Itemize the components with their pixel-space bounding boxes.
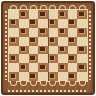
dark-square-inlay [69,38,74,43]
square-d2[interactable] [38,63,48,72]
square-h2[interactable] [77,63,87,72]
chess-board [1,1,95,95]
square-b7[interactable] [19,19,29,28]
square-h5[interactable] [77,37,87,46]
right-rail-inlay-dashes [89,11,91,80]
square-e4[interactable] [48,46,58,55]
dark-square-inlay [30,38,35,43]
dark-square-inlay [69,20,74,25]
square-e7[interactable] [48,19,58,28]
square-f5[interactable] [58,37,68,46]
square-h6[interactable] [77,28,87,37]
dark-square-inlay [79,65,84,70]
hinge-seam [48,10,49,81]
dark-square-inlay [30,74,35,79]
dark-square-inlay [60,47,65,52]
square-c3[interactable] [29,54,39,63]
square-e1[interactable] [48,72,58,81]
square-d3[interactable] [38,54,48,63]
square-h1[interactable] [77,72,87,81]
dark-square-inlay [11,74,16,79]
square-f6[interactable] [58,28,68,37]
dark-square-inlay [50,56,55,61]
arch-inlay-icon [79,81,86,86]
square-e2[interactable] [48,63,58,72]
dark-square-inlay [11,20,16,25]
bottom-rail-inlay-dashes [8,90,88,92]
dark-square-inlay [79,12,84,17]
dark-square-inlay [50,38,55,43]
dark-square-inlay [69,56,74,61]
dark-square-inlay [40,65,45,70]
square-g6[interactable] [68,28,78,37]
square-e6[interactable] [48,28,58,37]
square-a4[interactable] [9,46,19,55]
left-rail-inlay-dashes [5,11,7,80]
arch-inlay-icon [69,81,76,86]
square-c2[interactable] [29,63,39,72]
square-f7[interactable] [58,19,68,28]
dark-square-inlay [60,65,65,70]
dark-square-inlay [11,56,16,61]
dark-square-inlay [11,38,16,43]
board-grid [9,10,87,81]
square-g8[interactable] [68,10,78,19]
dark-square-inlay [79,47,84,52]
square-g4[interactable] [68,46,78,55]
square-a6[interactable] [9,28,19,37]
square-d6[interactable] [38,28,48,37]
dark-square-inlay [50,74,55,79]
square-g2[interactable] [68,63,78,72]
board-photo [0,0,96,96]
square-c7[interactable] [29,19,39,28]
square-f8[interactable] [58,10,68,19]
square-c4[interactable] [29,46,39,55]
square-e8[interactable] [48,10,58,19]
square-b3[interactable] [19,54,29,63]
dark-square-inlay [50,20,55,25]
arch-inlay-icon [30,81,37,86]
square-g3[interactable] [68,54,78,63]
dark-square-inlay [79,29,84,34]
dark-square-inlay [69,74,74,79]
square-h3[interactable] [77,54,87,63]
dark-square-inlay [60,12,65,17]
square-d1[interactable] [38,72,48,81]
square-g7[interactable] [68,19,78,28]
dark-square-inlay [21,12,26,17]
square-d5[interactable] [38,37,48,46]
arch-inlay-icon [40,81,47,86]
square-g5[interactable] [68,37,78,46]
square-a8[interactable] [9,10,19,19]
square-b5[interactable] [19,37,29,46]
arch-inlay-icon [20,81,27,86]
square-c6[interactable] [29,28,39,37]
dark-square-inlay [40,29,45,34]
arch-inlay-icon [10,81,17,86]
square-c5[interactable] [29,37,39,46]
square-b8[interactable] [19,10,29,19]
arch-inlay-icon [49,81,56,86]
arch-inlay-icon [59,81,66,86]
dark-square-inlay [40,47,45,52]
dark-square-inlay [30,56,35,61]
square-b6[interactable] [19,28,29,37]
square-a1[interactable] [9,72,19,81]
square-a7[interactable] [9,19,19,28]
dark-square-inlay [30,20,35,25]
square-g1[interactable] [68,72,78,81]
square-f4[interactable] [58,46,68,55]
dark-square-inlay [21,29,26,34]
square-h8[interactable] [77,10,87,19]
dark-square-inlay [40,12,45,17]
dark-square-inlay [60,29,65,34]
square-a5[interactable] [9,37,19,46]
square-d8[interactable] [38,10,48,19]
square-h7[interactable] [77,19,87,28]
square-a2[interactable] [9,63,19,72]
square-b2[interactable] [19,63,29,72]
square-d7[interactable] [38,19,48,28]
square-f1[interactable] [58,72,68,81]
square-d4[interactable] [38,46,48,55]
square-f3[interactable] [58,54,68,63]
square-b1[interactable] [19,72,29,81]
square-c8[interactable] [29,10,39,19]
dark-square-inlay [21,47,26,52]
square-f2[interactable] [58,63,68,72]
square-h4[interactable] [77,46,87,55]
square-a3[interactable] [9,54,19,63]
dark-square-inlay [21,65,26,70]
square-e5[interactable] [48,37,58,46]
square-e3[interactable] [48,54,58,63]
square-b4[interactable] [19,46,29,55]
bottom-arch-inlay-row [9,81,87,87]
square-c1[interactable] [29,72,39,81]
